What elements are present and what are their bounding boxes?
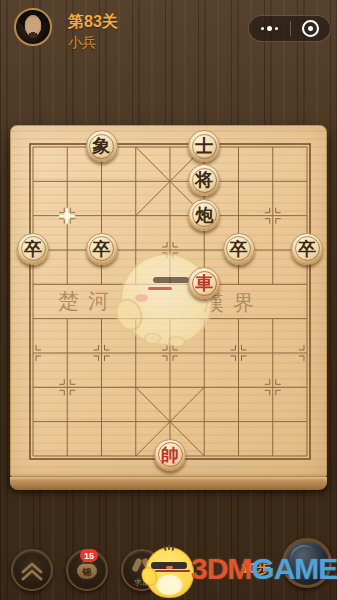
more-options-button[interactable] (249, 16, 290, 41)
dot-icon (261, 27, 264, 30)
dot-icon (267, 26, 273, 32)
hint-sparkle-effect[interactable] (59, 208, 75, 224)
watermark-game: GAME (251, 552, 337, 585)
chevron-up-icon (13, 551, 51, 589)
river-label-left: 楚河 (58, 287, 118, 315)
dot-icon (275, 27, 278, 30)
rank-subtitle: 小兵 (68, 34, 96, 52)
hint-count-badge: 15 (80, 549, 98, 562)
target-circle-icon (302, 20, 319, 37)
watermark-3dm: 3DM (191, 552, 251, 585)
wechat-capsule (248, 15, 331, 42)
board-bevel-edge (10, 477, 327, 490)
xiangqi-level-screen: 第83关 小兵 楚河 漢界 象士将炮卒卒卒卒車帥 锦 (0, 0, 337, 600)
expand-menu-button[interactable] (11, 549, 53, 591)
level-title: 第83关 (68, 12, 118, 33)
chick-mascot-toolbar (145, 547, 194, 598)
chick-glasses (153, 277, 188, 283)
player-avatar[interactable] (14, 8, 52, 46)
exit-miniprogram-button[interactable] (291, 16, 330, 41)
watermark: 3DMGAME (191, 552, 337, 586)
chick-mascot-board (120, 253, 213, 346)
